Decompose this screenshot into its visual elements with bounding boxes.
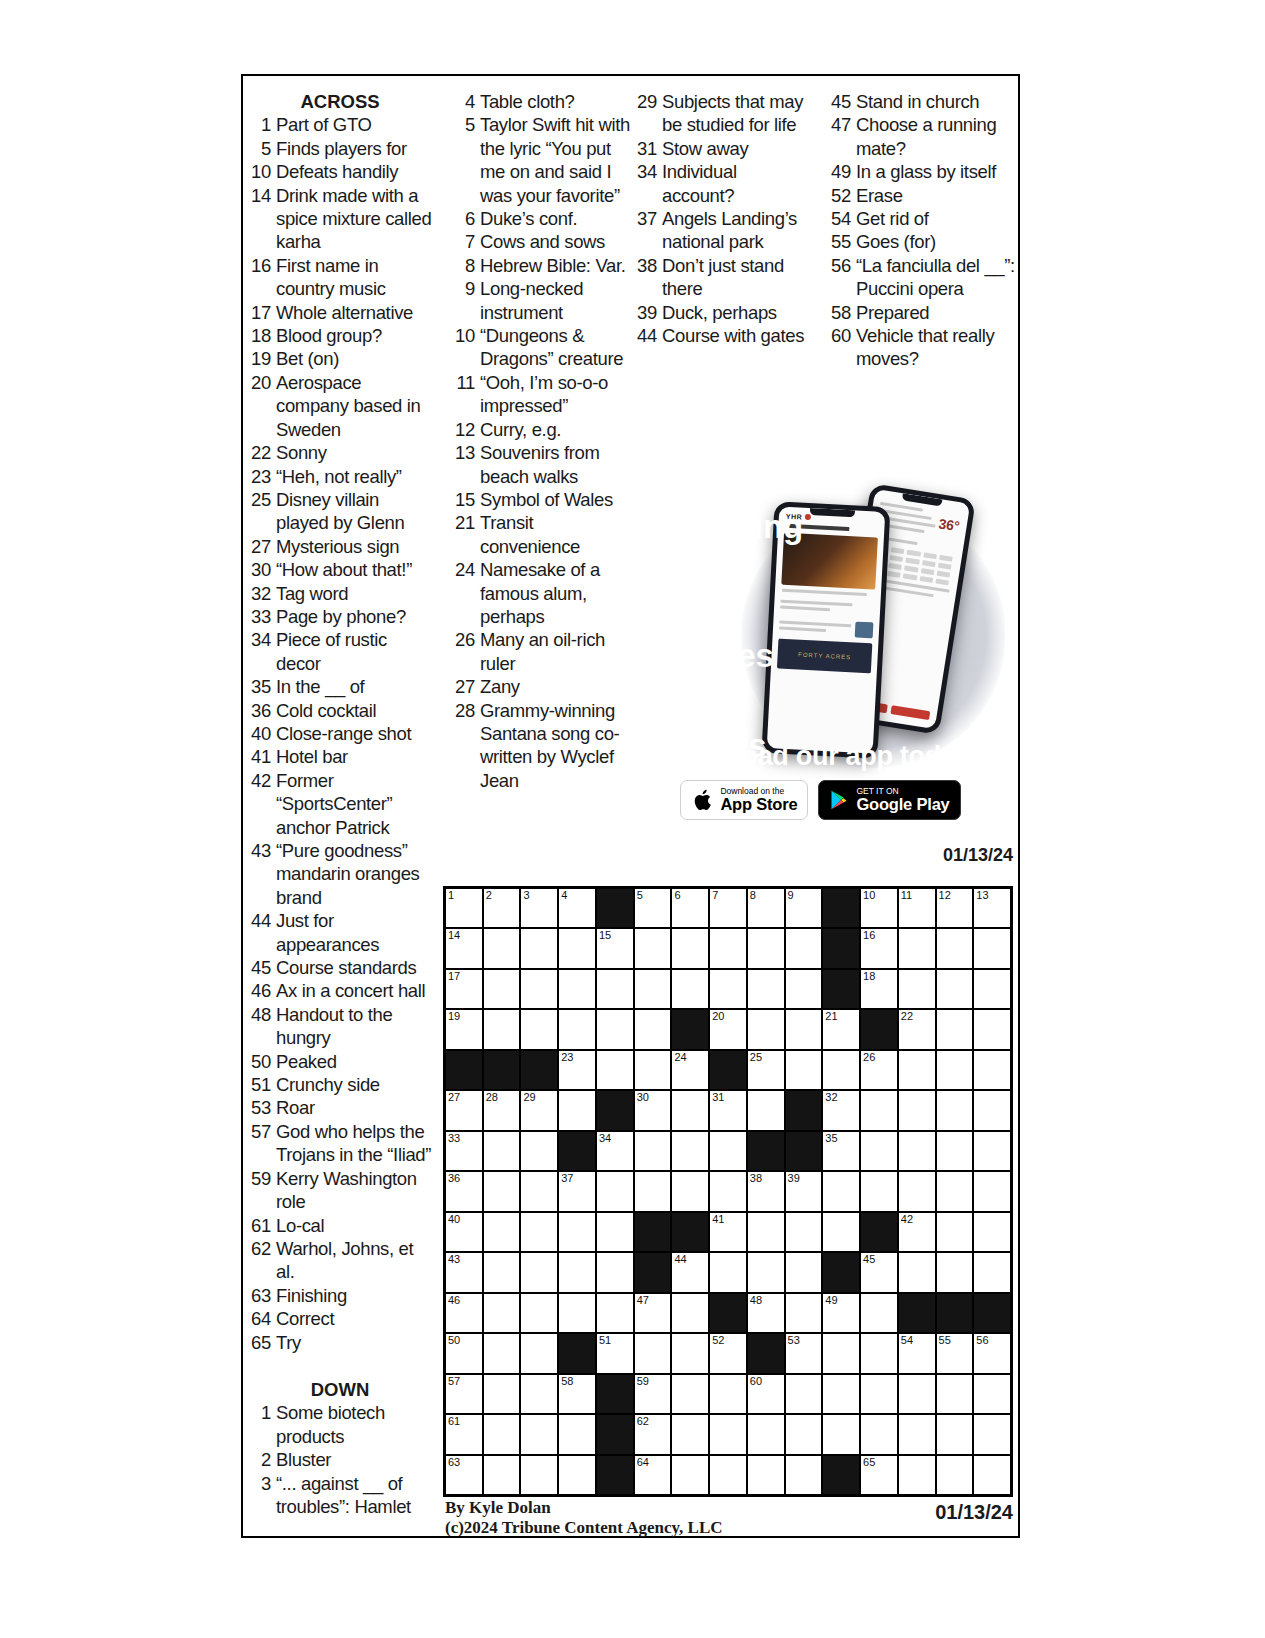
across-clue-53: 53Roar <box>247 1096 433 1119</box>
across-clue-61: 61Lo-cal <box>247 1214 433 1237</box>
grid-cell-r13c10[interactable] <box>786 1375 822 1413</box>
grid-cell-r7c5[interactable]: 34 <box>597 1132 633 1170</box>
cell-number: 45 <box>863 1253 875 1266</box>
grid-cell-r8c2[interactable] <box>484 1172 520 1210</box>
grid-cell-r10c2[interactable] <box>484 1253 520 1291</box>
clue-text: Grammy-winning Santana song co-written b… <box>480 699 633 793</box>
grid-cell-r14c1[interactable]: 61 <box>446 1415 482 1453</box>
grid-cell-r2c4[interactable] <box>559 929 595 967</box>
grid-cell-r6c4[interactable] <box>559 1091 595 1129</box>
grid-cell-r8c5[interactable] <box>597 1172 633 1210</box>
grid-cell-r15c7[interactable] <box>672 1456 708 1494</box>
cell-number: 9 <box>788 889 794 902</box>
grid-cell-r6c9[interactable] <box>748 1091 784 1129</box>
cell-number: 26 <box>863 1051 875 1064</box>
grid-cell-r14c12[interactable] <box>861 1415 897 1453</box>
clue-number: 23 <box>247 465 276 488</box>
grid-cell-r1c3[interactable]: 3 <box>521 889 557 927</box>
clue-text: Page by phone? <box>276 605 433 628</box>
grid-cell-r14c6[interactable]: 62 <box>635 1415 671 1453</box>
grid-cell-r14c13[interactable] <box>899 1415 935 1453</box>
grid-cell-r12c11[interactable] <box>823 1334 859 1372</box>
grid-cell-r15c15[interactable] <box>974 1456 1010 1494</box>
clue-number: 40 <box>247 722 276 745</box>
grid-cell-r10c12[interactable]: 45 <box>861 1253 897 1291</box>
cell-number: 44 <box>674 1253 686 1266</box>
ad-tagline: Breaking News <box>662 508 812 585</box>
grid-cell-r8c4[interactable]: 37 <box>559 1172 595 1210</box>
cell-number: 41 <box>712 1213 724 1226</box>
ad-tagline: Top Stories <box>662 599 812 676</box>
clue-number: 30 <box>247 558 276 581</box>
grid-cell-r6c1[interactable]: 27 <box>446 1091 482 1129</box>
across-clue-64: 64Correct <box>247 1307 433 1330</box>
grid-cell-r8c14[interactable] <box>937 1172 973 1210</box>
clue-text: Souvenirs from beach walks <box>480 441 633 488</box>
grid-cell-r9c9[interactable] <box>748 1213 784 1251</box>
grid-cell-r2c5[interactable]: 15 <box>597 929 633 967</box>
black-cell-r5c2 <box>484 1051 520 1089</box>
grid-cell-r11c9[interactable]: 48 <box>748 1294 784 1332</box>
puzzle-date-top: 01/13/24 <box>443 845 1013 866</box>
grid-cell-r5c5[interactable] <box>597 1051 633 1089</box>
clue-number: 56 <box>827 254 856 301</box>
across-clue-45: 45Course standards <box>247 956 433 979</box>
grid-cell-r12c10[interactable]: 53 <box>786 1334 822 1372</box>
grid-cell-r2c15[interactable] <box>974 929 1010 967</box>
black-cell-r9c7 <box>672 1213 708 1251</box>
grid-cell-r11c3[interactable] <box>521 1294 557 1332</box>
grid-cell-r9c2[interactable] <box>484 1213 520 1251</box>
grid-cell-r3c6[interactable] <box>635 970 671 1008</box>
google-play-badge[interactable]: GET IT ON Google Play <box>818 780 960 820</box>
clue-number: 15 <box>451 488 480 511</box>
grid-cell-r7c6[interactable] <box>635 1132 671 1170</box>
grid-cell-r15c9[interactable] <box>748 1456 784 1494</box>
grid-cell-r3c4[interactable] <box>559 970 595 1008</box>
grid-cell-r2c6[interactable] <box>635 929 671 967</box>
grid-cell-r13c12[interactable] <box>861 1375 897 1413</box>
grid-cell-r11c2[interactable] <box>484 1294 520 1332</box>
grid-cell-r6c14[interactable] <box>937 1091 973 1129</box>
grid-cell-r12c14[interactable]: 55 <box>937 1334 973 1372</box>
clue-number: 3 <box>247 1472 276 1519</box>
black-cell-r9c6 <box>635 1213 671 1251</box>
across-clue-1: 1Part of GTO <box>247 113 433 136</box>
down-clue-55: 55Goes (for) <box>827 230 1019 253</box>
grid-cell-r15c8[interactable] <box>710 1456 746 1494</box>
grid-cell-r9c15[interactable] <box>974 1213 1010 1251</box>
grid-cell-r11c10[interactable] <box>786 1294 822 1332</box>
clue-text: Kerry Washington role <box>276 1167 433 1214</box>
google-play-icon <box>829 789 849 811</box>
grid-cell-r5c15[interactable] <box>974 1051 1010 1089</box>
grid-cell-r10c10[interactable] <box>786 1253 822 1291</box>
grid-cell-r10c8[interactable] <box>710 1253 746 1291</box>
grid-cell-r15c13[interactable] <box>899 1456 935 1494</box>
grid-cell-r10c7[interactable]: 44 <box>672 1253 708 1291</box>
grid-cell-r7c2[interactable] <box>484 1132 520 1170</box>
clue-number: 29 <box>633 90 662 137</box>
grid-cell-r5c9[interactable]: 25 <box>748 1051 784 1089</box>
black-cell-r6c10 <box>786 1091 822 1129</box>
grid-cell-r8c13[interactable] <box>899 1172 935 1210</box>
grid-cell-r10c13[interactable] <box>899 1253 935 1291</box>
clue-text: Bet (on) <box>276 347 433 370</box>
phone-thumb <box>856 601 875 618</box>
grid-cell-r9c8[interactable]: 41 <box>710 1213 746 1251</box>
clue-number: 24 <box>451 558 480 628</box>
down-clue-39: 39Duck, perhaps <box>633 301 809 324</box>
grid-cell-r6c11[interactable]: 32 <box>823 1091 859 1129</box>
grid-cell-r1c4[interactable]: 4 <box>559 889 595 927</box>
clue-number: 52 <box>827 184 856 207</box>
grid-cell-r1c2[interactable]: 2 <box>484 889 520 927</box>
grid-cell-r4c10[interactable] <box>786 1010 822 1048</box>
grid-cell-r3c3[interactable] <box>521 970 557 1008</box>
clue-text: Finds players for <box>276 137 433 160</box>
clue-number: 62 <box>247 1237 276 1284</box>
grid-cell-r14c3[interactable] <box>521 1415 557 1453</box>
grid-cell-r9c13[interactable]: 42 <box>899 1213 935 1251</box>
across-clue-44: 44Just for appearances <box>247 909 433 956</box>
grid-cell-r4c3[interactable] <box>521 1010 557 1048</box>
grid-cell-r2c7[interactable] <box>672 929 708 967</box>
grid-cell-r8c6[interactable] <box>635 1172 671 1210</box>
grid-cell-r4c8[interactable]: 20 <box>710 1010 746 1048</box>
grid-cell-r11c5[interactable] <box>597 1294 633 1332</box>
clue-number: 58 <box>827 301 856 324</box>
grid-cell-r3c1[interactable]: 17 <box>446 970 482 1008</box>
grid-cell-r13c14[interactable] <box>937 1375 973 1413</box>
grid-cell-r8c15[interactable] <box>974 1172 1010 1210</box>
grid-cell-r7c8[interactable] <box>710 1132 746 1170</box>
grid-cell-r15c1[interactable]: 63 <box>446 1456 482 1494</box>
grid-cell-r12c6[interactable] <box>635 1334 671 1372</box>
grid-cell-r12c13[interactable]: 54 <box>899 1334 935 1372</box>
grid-cell-r4c4[interactable] <box>559 1010 595 1048</box>
cell-number: 43 <box>448 1253 460 1266</box>
grid-cell-r6c12[interactable] <box>861 1091 897 1129</box>
grid-cell-r2c9[interactable] <box>748 929 784 967</box>
grid-cell-r9c14[interactable] <box>937 1213 973 1251</box>
clue-text: Disney villain played by Glenn <box>276 488 433 535</box>
grid-cell-r1c8[interactable]: 7 <box>710 889 746 927</box>
clue-text: Goes (for) <box>856 230 1019 253</box>
grid-cell-r12c1[interactable]: 50 <box>446 1334 482 1372</box>
grid-cell-r8c12[interactable] <box>861 1172 897 1210</box>
grid-cell-r10c3[interactable] <box>521 1253 557 1291</box>
grid-cell-r6c6[interactable]: 30 <box>635 1091 671 1129</box>
black-cell-r14c5 <box>597 1415 633 1453</box>
grid-cell-r2c10[interactable] <box>786 929 822 967</box>
grid-cell-r3c7[interactable] <box>672 970 708 1008</box>
cell-number: 42 <box>901 1213 913 1226</box>
black-cell-r1c11 <box>823 889 859 927</box>
puzzle-date-bottom: 01/13/24 <box>443 1501 1013 1524</box>
grid-cell-r5c12[interactable]: 26 <box>861 1051 897 1089</box>
grid-cell-r7c14[interactable] <box>937 1132 973 1170</box>
grid-cell-r5c4[interactable]: 23 <box>559 1051 595 1089</box>
cell-number: 48 <box>750 1294 762 1307</box>
grid-cell-r5c13[interactable] <box>899 1051 935 1089</box>
grid-cell-r11c6[interactable]: 47 <box>635 1294 671 1332</box>
clue-text: Don’t just stand there <box>662 254 809 301</box>
down-clue-8: 8Hebrew Bible: Var. <box>451 254 633 277</box>
grid-cell-r8c8[interactable] <box>710 1172 746 1210</box>
grid-cell-r6c15[interactable] <box>974 1091 1010 1129</box>
grid-cell-r11c12[interactable] <box>861 1294 897 1332</box>
grid-cell-r1c13[interactable]: 11 <box>899 889 935 927</box>
clue-number: 57 <box>247 1120 276 1167</box>
clue-number: 19 <box>247 347 276 370</box>
grid-cell-r4c9[interactable] <box>748 1010 784 1048</box>
across-clue-63: 63Finishing <box>247 1284 433 1307</box>
grid-cell-r7c15[interactable] <box>974 1132 1010 1170</box>
grid-cell-r11c4[interactable] <box>559 1294 595 1332</box>
clue-number: 39 <box>633 301 662 324</box>
grid-cell-r3c15[interactable] <box>974 970 1010 1008</box>
down-clue-26: 26Many an oil-rich ruler <box>451 628 633 675</box>
grid-cell-r5c14[interactable] <box>937 1051 973 1089</box>
grid-cell-r14c4[interactable] <box>559 1415 595 1453</box>
grid-cell-r1c15[interactable]: 13 <box>974 889 1010 927</box>
grid-cell-r4c5[interactable] <box>597 1010 633 1048</box>
clue-number: 17 <box>247 301 276 324</box>
clue-number: 64 <box>247 1307 276 1330</box>
clue-number: 54 <box>827 207 856 230</box>
grid-cell-r9c10[interactable] <box>786 1213 822 1251</box>
clue-text: “... against __ of troubles”: Hamlet <box>276 1472 433 1519</box>
grid-cell-r6c3[interactable]: 29 <box>521 1091 557 1129</box>
cell-number: 14 <box>448 929 460 942</box>
cell-number: 54 <box>901 1334 913 1347</box>
grid-cell-r11c7[interactable] <box>672 1294 708 1332</box>
grid-cell-r12c2[interactable] <box>484 1334 520 1372</box>
clue-column-4: 45Stand in church47Choose a running mate… <box>827 90 1019 371</box>
grid-cell-r1c10[interactable]: 9 <box>786 889 822 927</box>
grid-cell-r2c13[interactable] <box>899 929 935 967</box>
clue-number: 45 <box>827 90 856 113</box>
clue-number: 46 <box>247 979 276 1002</box>
grid-cell-r9c1[interactable]: 40 <box>446 1213 482 1251</box>
grid-cell-r5c7[interactable]: 24 <box>672 1051 708 1089</box>
grid-cell-r12c8[interactable]: 52 <box>710 1334 746 1372</box>
grid-cell-r13c1[interactable]: 57 <box>446 1375 482 1413</box>
grid-cell-r8c10[interactable]: 39 <box>786 1172 822 1210</box>
grid-cell-r1c7[interactable]: 6 <box>672 889 708 927</box>
clue-text: Blood group? <box>276 324 433 347</box>
grid-cell-r14c10[interactable] <box>786 1415 822 1453</box>
grid-cell-r13c11[interactable] <box>823 1375 859 1413</box>
ad-cta-text: Download our app today! <box>636 741 1005 772</box>
grid-cell-r15c12[interactable]: 65 <box>861 1456 897 1494</box>
grid-cell-r2c2[interactable] <box>484 929 520 967</box>
across-clue-17: 17Whole alternative <box>247 301 433 324</box>
across-clue-35: 35In the __ of <box>247 675 433 698</box>
across-clue-65: 65Try <box>247 1331 433 1354</box>
grid-cell-r3c2[interactable] <box>484 970 520 1008</box>
grid-cell-r13c2[interactable] <box>484 1375 520 1413</box>
grid-cell-r13c3[interactable] <box>521 1375 557 1413</box>
grid-cell-r1c14[interactable]: 12 <box>937 889 973 927</box>
grid-cell-r6c2[interactable]: 28 <box>484 1091 520 1129</box>
down-clue-list-1: 1Some biotech products2Bluster3“... agai… <box>247 1401 433 1518</box>
grid-cell-r3c8[interactable] <box>710 970 746 1008</box>
grid-cell-r15c6[interactable]: 64 <box>635 1456 671 1494</box>
grid-cell-r8c3[interactable] <box>521 1172 557 1210</box>
clue-number: 44 <box>633 324 662 347</box>
clue-text: Duck, perhaps <box>662 301 809 324</box>
clue-text: Namesake of a famous alum, perhaps <box>480 558 633 628</box>
grid-cell-r14c8[interactable] <box>710 1415 746 1453</box>
grid-cell-r3c13[interactable] <box>899 970 935 1008</box>
grid-cell-r14c11[interactable] <box>823 1415 859 1453</box>
clue-number: 9 <box>451 277 480 324</box>
grid-cell-r4c2[interactable] <box>484 1010 520 1048</box>
across-clue-48: 48Handout to the hungry <box>247 1003 433 1050</box>
across-clue-51: 51Crunchy side <box>247 1073 433 1096</box>
grid-cell-r15c4[interactable] <box>559 1456 595 1494</box>
clue-number: 16 <box>247 254 276 301</box>
grid-cell-r1c9[interactable]: 8 <box>748 889 784 927</box>
black-cell-r13c5 <box>597 1375 633 1413</box>
grid-cell-r13c7[interactable] <box>672 1375 708 1413</box>
cell-number: 10 <box>863 889 875 902</box>
grid-cell-r14c15[interactable] <box>974 1415 1010 1453</box>
app-store-badge[interactable]: Download on the App Store <box>680 780 808 820</box>
grid-cell-r13c4[interactable]: 58 <box>559 1375 595 1413</box>
clue-number: 27 <box>451 675 480 698</box>
grid-cell-r9c11[interactable] <box>823 1213 859 1251</box>
clue-text: God who helps the Trojans in the “Iliad” <box>276 1120 433 1167</box>
grid-cell-r6c13[interactable] <box>899 1091 935 1129</box>
grid-cell-r7c12[interactable] <box>861 1132 897 1170</box>
clue-text: Finishing <box>276 1284 433 1307</box>
grid-cell-r2c12[interactable]: 16 <box>861 929 897 967</box>
cell-number: 59 <box>637 1375 649 1388</box>
grid-cell-r4c1[interactable]: 19 <box>446 1010 482 1048</box>
grid-cell-r11c11[interactable]: 49 <box>823 1294 859 1332</box>
clue-text: Curry, e.g. <box>480 418 633 441</box>
grid-cell-r3c14[interactable] <box>937 970 973 1008</box>
black-cell-r4c12 <box>861 1010 897 1048</box>
grid-cell-r12c15[interactable]: 56 <box>974 1334 1010 1372</box>
grid-cell-r13c6[interactable]: 59 <box>635 1375 671 1413</box>
grid-cell-r10c15[interactable] <box>974 1253 1010 1291</box>
grid-cell-r1c12[interactable]: 10 <box>861 889 897 927</box>
down-clue-45: 45Stand in church <box>827 90 1019 113</box>
grid-cell-r2c8[interactable] <box>710 929 746 967</box>
grid-cell-r9c5[interactable] <box>597 1213 633 1251</box>
grid-cell-r5c11[interactable] <box>823 1051 859 1089</box>
grid-cell-r15c10[interactable] <box>786 1456 822 1494</box>
grid-cell-r4c6[interactable] <box>635 1010 671 1048</box>
grid-cell-r5c10[interactable] <box>786 1051 822 1089</box>
grid-cell-r1c6[interactable]: 5 <box>635 889 671 927</box>
grid-cell-r7c3[interactable] <box>521 1132 557 1170</box>
cell-number: 39 <box>788 1172 800 1185</box>
grid-cell-r12c12[interactable] <box>861 1334 897 1372</box>
grid-cell-r8c11[interactable] <box>823 1172 859 1210</box>
grid-cell-r14c9[interactable] <box>748 1415 784 1453</box>
clue-number: 13 <box>451 441 480 488</box>
cell-number: 15 <box>599 929 611 942</box>
grid-cell-r10c5[interactable] <box>597 1253 633 1291</box>
grid-cell-r4c13[interactable]: 22 <box>899 1010 935 1048</box>
grid-cell-r15c2[interactable] <box>484 1456 520 1494</box>
grid-cell-r10c4[interactable] <box>559 1253 595 1291</box>
clue-text: Lo-cal <box>276 1214 433 1237</box>
grid-cell-r9c4[interactable] <box>559 1213 595 1251</box>
grid-cell-r8c7[interactable] <box>672 1172 708 1210</box>
clue-number: 5 <box>451 113 480 207</box>
grid-cell-r4c15[interactable] <box>974 1010 1010 1048</box>
grid-cell-r13c8[interactable] <box>710 1375 746 1413</box>
grid-cell-r2c14[interactable] <box>937 929 973 967</box>
grid-cell-r10c9[interactable] <box>748 1253 784 1291</box>
grid-cell-r6c7[interactable] <box>672 1091 708 1129</box>
grid-cell-r7c13[interactable] <box>899 1132 935 1170</box>
grid-cell-r10c1[interactable]: 43 <box>446 1253 482 1291</box>
grid-cell-r7c11[interactable]: 35 <box>823 1132 859 1170</box>
cell-number: 8 <box>750 889 756 902</box>
grid-cell-r13c9[interactable]: 60 <box>748 1375 784 1413</box>
clue-text: First name in country music <box>276 254 433 301</box>
clue-number: 50 <box>247 1050 276 1073</box>
grid-cell-r15c14[interactable] <box>937 1456 973 1494</box>
grid-cell-r14c14[interactable] <box>937 1415 973 1453</box>
grid-cell-r10c14[interactable] <box>937 1253 973 1291</box>
app-promo-ad[interactable]: YAKIMA HERALD-REPUBLIC 36° YHR <box>636 408 1005 838</box>
grid-cell-r9c3[interactable] <box>521 1213 557 1251</box>
grid-cell-r15c3[interactable] <box>521 1456 557 1494</box>
grid-cell-r2c3[interactable] <box>521 929 557 967</box>
clue-text: Some biotech products <box>276 1401 433 1448</box>
grid-cell-r14c7[interactable] <box>672 1415 708 1453</box>
grid-cell-r8c9[interactable]: 38 <box>748 1172 784 1210</box>
grid-cell-r1c1[interactable]: 1 <box>446 889 482 927</box>
grid-cell-r12c5[interactable]: 51 <box>597 1334 633 1372</box>
grid-cell-r3c10[interactable] <box>786 970 822 1008</box>
grid-cell-r8c1[interactable]: 36 <box>446 1172 482 1210</box>
grid-cell-r3c5[interactable] <box>597 970 633 1008</box>
grid-cell-r2c1[interactable]: 14 <box>446 929 482 967</box>
grid-cell-r6c8[interactable]: 31 <box>710 1091 746 1129</box>
down-clue-27: 27Zany <box>451 675 633 698</box>
grid-cell-r4c11[interactable]: 21 <box>823 1010 859 1048</box>
ad-taglines: Breaking NewsTop StoriesLocal Sports <box>662 508 812 780</box>
clue-text: Just for appearances <box>276 909 433 956</box>
grid-cell-r7c1[interactable]: 33 <box>446 1132 482 1170</box>
grid-cell-r3c9[interactable] <box>748 970 784 1008</box>
grid-cell-r5c6[interactable] <box>635 1051 671 1089</box>
down-clue-13: 13Souvenirs from beach walks <box>451 441 633 488</box>
down-clue-52: 52Erase <box>827 184 1019 207</box>
grid-cell-r12c3[interactable] <box>521 1334 557 1372</box>
grid-cell-r4c14[interactable] <box>937 1010 973 1048</box>
grid-cell-r12c7[interactable] <box>672 1334 708 1372</box>
grid-cell-r11c1[interactable]: 46 <box>446 1294 482 1332</box>
grid-cell-r13c13[interactable] <box>899 1375 935 1413</box>
cell-number: 7 <box>712 889 718 902</box>
down-clue-38: 38Don’t just stand there <box>633 254 809 301</box>
black-cell-r15c5 <box>597 1456 633 1494</box>
grid-cell-r14c2[interactable] <box>484 1415 520 1453</box>
grid-cell-r3c12[interactable]: 18 <box>861 970 897 1008</box>
grid-cell-r13c15[interactable] <box>974 1375 1010 1413</box>
grid-cell-r7c7[interactable] <box>672 1132 708 1170</box>
